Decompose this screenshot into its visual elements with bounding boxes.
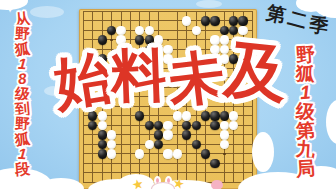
black-stone bbox=[154, 130, 163, 139]
main-title: 始料未及 bbox=[54, 45, 282, 107]
black-stone bbox=[201, 149, 210, 158]
black-stone bbox=[88, 121, 97, 130]
black-stone bbox=[154, 140, 163, 149]
video-thumbnail[interactable]: ✦ 从野狐18级到野狐1段 始料未及 第二季 野狐1级第九局 ★ ★ bbox=[0, 0, 336, 189]
mascot-figure bbox=[147, 177, 181, 189]
white-stone bbox=[220, 130, 229, 139]
black-stone bbox=[98, 149, 107, 158]
white-stone bbox=[173, 149, 182, 158]
mascot-head bbox=[151, 182, 175, 189]
white-stone bbox=[116, 26, 125, 35]
black-stone bbox=[182, 130, 191, 139]
char: 始 bbox=[51, 47, 116, 112]
char: 未 bbox=[165, 46, 229, 110]
black-stone bbox=[220, 26, 229, 35]
black-stone bbox=[201, 16, 210, 25]
char: 季 bbox=[308, 15, 332, 37]
white-stone bbox=[182, 111, 191, 120]
pink-blob bbox=[211, 180, 223, 189]
char: 1 bbox=[299, 83, 311, 103]
white-stone bbox=[107, 149, 116, 158]
black-stone bbox=[210, 111, 219, 120]
white-stone bbox=[163, 130, 172, 139]
cloud bbox=[326, 100, 336, 144]
white-stone bbox=[145, 140, 154, 149]
white-stone bbox=[182, 16, 191, 25]
white-stone bbox=[163, 121, 172, 130]
black-stone bbox=[88, 111, 97, 120]
black-stone bbox=[135, 111, 144, 120]
left-banner-text: 从野狐18级到野狐1段 bbox=[7, 11, 37, 176]
white-stone bbox=[220, 121, 229, 130]
white-stone bbox=[220, 140, 229, 149]
black-stone bbox=[182, 121, 191, 130]
char: 狐 bbox=[295, 63, 315, 83]
white-stone bbox=[98, 111, 107, 120]
cloud bbox=[252, 132, 274, 172]
right-banner-text: 野狐1级第九局 bbox=[292, 45, 318, 178]
white-stone bbox=[98, 121, 107, 130]
black-stone bbox=[220, 111, 229, 120]
white-stone bbox=[107, 140, 116, 149]
char: 料 bbox=[110, 46, 169, 105]
star-icon: ★ bbox=[131, 176, 146, 189]
black-stone bbox=[145, 121, 154, 130]
white-stone bbox=[135, 149, 144, 158]
char: 局 bbox=[295, 158, 315, 178]
black-stone bbox=[192, 121, 201, 130]
black-stone bbox=[210, 159, 219, 168]
black-stone bbox=[210, 16, 219, 25]
char: 及 bbox=[222, 38, 290, 106]
black-stone bbox=[98, 140, 107, 149]
black-stone bbox=[192, 140, 201, 149]
black-stone bbox=[98, 130, 107, 139]
black-stone bbox=[229, 16, 238, 25]
white-stone bbox=[229, 121, 238, 130]
white-stone bbox=[107, 130, 116, 139]
black-stone bbox=[201, 111, 210, 120]
white-stone bbox=[163, 149, 172, 158]
white-stone bbox=[238, 26, 247, 35]
white-stone bbox=[145, 26, 154, 35]
white-stone bbox=[229, 111, 238, 120]
black-stone bbox=[238, 16, 247, 25]
white-stone bbox=[192, 26, 201, 35]
black-stone bbox=[107, 26, 116, 35]
char: 段 bbox=[14, 160, 30, 176]
black-stone bbox=[154, 121, 163, 130]
black-stone bbox=[210, 121, 219, 130]
white-stone bbox=[135, 26, 144, 35]
